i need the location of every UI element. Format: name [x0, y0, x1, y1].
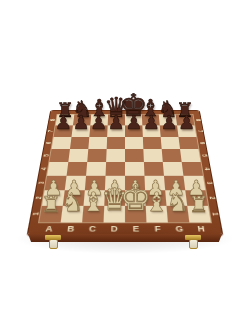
piece-black-pawn-e7[interactable]: ♟ [125, 113, 142, 132]
square-d5[interactable] [106, 149, 125, 162]
piece-black-pawn-c7[interactable]: ♟ [90, 113, 107, 132]
rank-label-left-4: 4 [34, 166, 54, 172]
chess-set-photo: ABCDEFGH 87654321 87654321 ♜♞♝♛♚♝♞♜♟♟♟♟♟… [0, 0, 246, 328]
square-f5[interactable] [143, 149, 162, 162]
square-b6[interactable] [70, 137, 89, 149]
square-e4[interactable] [125, 162, 144, 176]
brass-latch-right [185, 235, 201, 252]
piece-black-pawn-b7[interactable]: ♟ [72, 113, 89, 132]
square-c6[interactable] [88, 137, 107, 149]
square-e5[interactable] [125, 149, 144, 162]
square-b4[interactable] [67, 162, 88, 176]
rank-label-right-4: 4 [196, 166, 216, 172]
square-g6[interactable] [161, 137, 180, 149]
piece-black-pawn-d7[interactable]: ♟ [108, 113, 125, 132]
square-d6[interactable] [107, 137, 125, 149]
piece-white-bishop-f1[interactable]: ♝ [145, 189, 169, 215]
perspective-scene: ABCDEFGH 87654321 87654321 [0, 0, 246, 328]
square-f4[interactable] [144, 162, 164, 176]
latch-body-icon [49, 239, 58, 249]
piece-white-rook-a1[interactable]: ♜ [41, 193, 61, 215]
square-f6[interactable] [143, 137, 162, 149]
piece-white-knight-b1[interactable]: ♞ [61, 190, 84, 215]
square-b5[interactable] [68, 149, 88, 162]
rank-label-right-5: 5 [194, 153, 214, 158]
piece-black-pawn-g7[interactable]: ♟ [160, 113, 177, 132]
piece-white-rook-h1[interactable]: ♜ [189, 193, 209, 215]
square-g5[interactable] [162, 149, 182, 162]
rank-label-left-6: 6 [39, 140, 58, 145]
square-d4[interactable] [106, 162, 125, 176]
rank-label-right-6: 6 [192, 140, 211, 145]
piece-white-knight-g1[interactable]: ♞ [166, 190, 189, 215]
piece-black-pawn-a7[interactable]: ♟ [55, 113, 72, 132]
square-e6[interactable] [125, 137, 143, 149]
piece-black-pawn-h7[interactable]: ♟ [178, 113, 195, 132]
square-c4[interactable] [86, 162, 106, 176]
latch-body-icon [189, 239, 198, 249]
rank-label-left-5: 5 [37, 153, 57, 158]
piece-black-pawn-f7[interactable]: ♟ [143, 113, 160, 132]
brass-latch-left [45, 235, 61, 252]
square-g4[interactable] [163, 162, 184, 176]
square-c5[interactable] [87, 149, 106, 162]
